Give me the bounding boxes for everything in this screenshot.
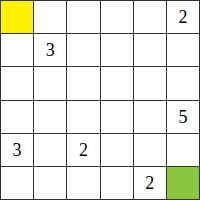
cell-r5c4[interactable]: 2 [134,167,166,199]
cell-r0c5[interactable]: 2 [167,1,199,33]
cell-r4c2[interactable]: 2 [67,134,99,166]
cell-r4c5[interactable] [167,134,199,166]
cell-r4c4[interactable] [134,134,166,166]
cell-r0c1[interactable] [34,1,66,33]
cell-r3c1[interactable] [34,101,66,133]
cell-r0c2[interactable] [67,1,99,33]
cell-r3c2[interactable] [67,101,99,133]
cell-r1c5[interactable] [167,34,199,66]
cell-r2c4[interactable] [134,67,166,99]
cell-r3c3[interactable] [101,101,133,133]
cell-r1c3[interactable] [101,34,133,66]
puzzle-board-container: 235322 [0,0,200,200]
cell-r3c4[interactable] [134,101,166,133]
puzzle-board: 235322 [0,0,200,200]
cell-r2c0[interactable] [1,67,33,99]
cell-r5c1[interactable] [34,167,66,199]
cell-r5c2[interactable] [67,167,99,199]
cell-r3c5[interactable]: 5 [167,101,199,133]
cell-r5c0[interactable] [1,167,33,199]
cell-r1c0[interactable] [1,34,33,66]
cell-r2c5[interactable] [167,67,199,99]
start-cell[interactable] [1,1,33,33]
cell-r1c1[interactable]: 3 [34,34,66,66]
goal-cell[interactable] [167,167,199,199]
cell-r5c3[interactable] [101,167,133,199]
cell-r2c2[interactable] [67,67,99,99]
cell-r4c1[interactable] [34,134,66,166]
cell-r2c3[interactable] [101,67,133,99]
cell-r1c2[interactable] [67,34,99,66]
cell-r1c4[interactable] [134,34,166,66]
cell-r4c0[interactable]: 3 [1,134,33,166]
cell-r2c1[interactable] [34,67,66,99]
cell-r4c3[interactable] [101,134,133,166]
cell-r0c4[interactable] [134,1,166,33]
cell-r3c0[interactable] [1,101,33,133]
cell-r0c3[interactable] [101,1,133,33]
